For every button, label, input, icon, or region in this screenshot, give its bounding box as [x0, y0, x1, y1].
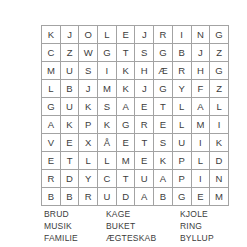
grid-cell-r10c9[interactable]: E	[192, 188, 210, 205]
grid-cell-r6c6[interactable]: R	[135, 116, 153, 133]
grid-cell-r1c8[interactable]: I	[173, 26, 191, 43]
grid-cell-r8c1[interactable]: E	[42, 152, 60, 169]
word-item: KAGE	[106, 208, 180, 220]
grid-cell-r8c3[interactable]: L	[79, 152, 97, 169]
grid-cell-r4c8[interactable]: Y	[173, 80, 191, 97]
grid-cell-r9c5[interactable]: T	[117, 170, 135, 187]
grid-cell-r10c1[interactable]: B	[42, 188, 60, 205]
word-item: BUKET	[106, 220, 180, 232]
grid-cell-r2c9[interactable]: J	[192, 44, 210, 61]
grid-cell-r9c10[interactable]: N	[210, 170, 228, 187]
grid-cell-r5c8[interactable]: L	[173, 98, 191, 115]
word-item: ÆGTESKAB	[106, 232, 180, 244]
grid-cell-r1c3[interactable]: O	[79, 26, 97, 43]
grid-cell-r1c4[interactable]: L	[98, 26, 116, 43]
grid-cell-r4c2[interactable]: B	[61, 80, 79, 97]
grid-cell-r1c10[interactable]: G	[210, 26, 228, 43]
grid-cell-r4c1[interactable]: L	[42, 80, 60, 97]
grid-cell-r7c8[interactable]: U	[173, 134, 191, 151]
grid-cell-r1c7[interactable]: R	[154, 26, 172, 43]
grid-cell-r2c5[interactable]: T	[117, 44, 135, 61]
grid-cell-r2c8[interactable]: B	[173, 44, 191, 61]
grid-cell-r2c3[interactable]: W	[79, 44, 97, 61]
grid-cell-r1c9[interactable]: N	[192, 26, 210, 43]
grid-cell-r2c1[interactable]: C	[42, 44, 60, 61]
grid-cell-r7c4[interactable]: Å	[98, 134, 116, 151]
grid-cell-r4c4[interactable]: M	[98, 80, 116, 97]
grid-cell-r10c2[interactable]: B	[61, 188, 79, 205]
grid-cell-r3c4[interactable]: I	[98, 62, 116, 79]
grid-cell-r10c3[interactable]: R	[79, 188, 97, 205]
grid-cell-r5c6[interactable]: E	[135, 98, 153, 115]
grid-cell-r1c5[interactable]: E	[117, 26, 135, 43]
grid-cell-r8c10[interactable]: D	[210, 152, 228, 169]
grid-cell-r9c3[interactable]: Y	[79, 170, 97, 187]
grid-cell-r3c2[interactable]: U	[61, 62, 79, 79]
grid-cell-r2c10[interactable]: Z	[210, 44, 228, 61]
word-column: KAGEBUKETÆGTESKAB	[106, 208, 180, 244]
grid-cell-r2c4[interactable]: G	[98, 44, 116, 61]
grid-cell-r4c3[interactable]: J	[79, 80, 97, 97]
grid-cell-r10c8[interactable]: G	[173, 188, 191, 205]
word-item: BYLLUP	[180, 232, 214, 244]
grid-cell-r9c1[interactable]: R	[42, 170, 60, 187]
grid-cell-r10c6[interactable]: A	[135, 188, 153, 205]
grid-cell-r2c6[interactable]: S	[135, 44, 153, 61]
grid-cell-r9c6[interactable]: U	[135, 170, 153, 187]
grid-cell-r9c7[interactable]: A	[154, 170, 172, 187]
word-item: KJOLE	[180, 208, 214, 220]
grid-cell-r6c8[interactable]: L	[173, 116, 191, 133]
grid-cell-r3c3[interactable]: S	[79, 62, 97, 79]
grid-cell-r6c9[interactable]: M	[192, 116, 210, 133]
grid-cell-r2c7[interactable]: G	[154, 44, 172, 61]
grid-cell-r6c7[interactable]: E	[154, 116, 172, 133]
grid-cell-r4c9[interactable]: F	[192, 80, 210, 97]
grid-cell-r4c6[interactable]: J	[135, 80, 153, 97]
grid-cell-r10c4[interactable]: U	[98, 188, 116, 205]
grid-cell-r8c9[interactable]: L	[192, 152, 210, 169]
grid-cell-r5c3[interactable]: K	[79, 98, 97, 115]
grid-cell-r1c1[interactable]: K	[42, 26, 60, 43]
grid-cell-r5c1[interactable]: G	[42, 98, 60, 115]
grid-cell-r5c10[interactable]: L	[210, 98, 228, 115]
grid-cell-r5c2[interactable]: U	[61, 98, 79, 115]
grid-cell-r6c4[interactable]: K	[98, 116, 116, 133]
grid-cell-r3c1[interactable]: M	[42, 62, 60, 79]
grid-cell-r7c5[interactable]: E	[117, 134, 135, 151]
grid-cell-r6c5[interactable]: G	[117, 116, 135, 133]
grid-cell-r8c2[interactable]: T	[61, 152, 79, 169]
grid-cell-r8c8[interactable]: P	[173, 152, 191, 169]
grid-cell-r5c4[interactable]: S	[98, 98, 116, 115]
grid-cell-r10c5[interactable]: D	[117, 188, 135, 205]
grid-cell-r6c3[interactable]: P	[79, 116, 97, 133]
grid-cell-r6c2[interactable]: K	[61, 116, 79, 133]
grid-cell-r1c6[interactable]: J	[135, 26, 153, 43]
grid-cell-r10c10[interactable]: M	[210, 188, 228, 205]
grid-cell-r5c5[interactable]: A	[117, 98, 135, 115]
grid-cell-r7c3[interactable]: X	[79, 134, 97, 151]
grid-cell-r7c6[interactable]: T	[135, 134, 153, 151]
word-item: RING	[180, 220, 214, 232]
grid-cell-r10c7[interactable]: B	[154, 188, 172, 205]
grid-cell-r3c9[interactable]: H	[192, 62, 210, 79]
grid-cell-r6c10[interactable]: I	[210, 116, 228, 133]
word-item: MUSIK	[44, 220, 106, 232]
grid-cell-r5c7[interactable]: T	[154, 98, 172, 115]
word-column: BRUDMUSIKFAMILIE	[44, 208, 106, 244]
grid-cell-r7c9[interactable]: I	[192, 134, 210, 151]
word-column: KJOLERINGBYLLUP	[180, 208, 214, 244]
grid-cell-r4c5[interactable]: K	[117, 80, 135, 97]
grid-cell-r8c5[interactable]: M	[117, 152, 135, 169]
grid-cell-r3c10[interactable]: G	[210, 62, 228, 79]
grid-cell-r4c7[interactable]: G	[154, 80, 172, 97]
grid-cell-r3c8[interactable]: R	[173, 62, 191, 79]
grid-cell-r5c9[interactable]: A	[192, 98, 210, 115]
grid-cell-r3c6[interactable]: H	[135, 62, 153, 79]
grid-cell-r3c7[interactable]: Æ	[154, 62, 172, 79]
grid-cell-r3c5[interactable]: K	[117, 62, 135, 79]
grid-cell-r7c2[interactable]: E	[61, 134, 79, 151]
grid-cell-r8c6[interactable]: E	[135, 152, 153, 169]
grid-cell-r1c2[interactable]: J	[61, 26, 79, 43]
grid-cell-r4c10[interactable]: Z	[210, 80, 228, 97]
grid-cell-r8c4[interactable]: L	[98, 152, 116, 169]
grid-cell-r7c7[interactable]: S	[154, 134, 172, 151]
grid-cell-r7c10[interactable]: K	[210, 134, 228, 151]
word-item: BRUD	[44, 208, 106, 220]
letter-grid: KJOLEJRINGCZWGTSGBJZMUSIKHÆRHGLBJMKJGYFZ…	[41, 25, 229, 206]
grid-cell-r9c8[interactable]: P	[173, 170, 191, 187]
grid-cell-r7c1[interactable]: V	[42, 134, 60, 151]
grid-cell-r2c2[interactable]: Z	[61, 44, 79, 61]
grid-cell-r8c7[interactable]: K	[154, 152, 172, 169]
grid-cell-r9c9[interactable]: I	[192, 170, 210, 187]
word-list: BRUDMUSIKFAMILIEKAGEBUKETÆGTESKABKJOLERI…	[44, 208, 214, 244]
grid-cell-r9c4[interactable]: C	[98, 170, 116, 187]
word-item: FAMILIE	[44, 232, 106, 244]
grid-cell-r6c1[interactable]: A	[42, 116, 60, 133]
grid-cell-r9c2[interactable]: D	[61, 170, 79, 187]
